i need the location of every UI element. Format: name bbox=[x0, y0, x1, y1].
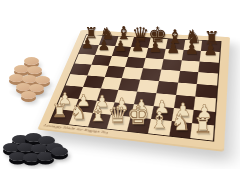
chess-piece: ♟ bbox=[80, 37, 94, 51]
chess-piece: ♟ bbox=[148, 40, 163, 55]
chess-piece: ♞ bbox=[170, 111, 192, 133]
chess-piece: ♟ bbox=[202, 42, 218, 58]
chess-piece: ♟ bbox=[113, 39, 128, 54]
chess-pieces-layer: ♜♞♝♛♚♝♞♜♟♟♟♟♟♟♟♟♟♟♟♟♟♟♟♟♜♞♝♛♚♝♞♜ bbox=[0, 0, 240, 169]
chess-piece: ♟ bbox=[97, 38, 111, 52]
chess-piece: ♞ bbox=[69, 103, 89, 123]
chess-piece: ♟ bbox=[130, 39, 145, 54]
chess-piece: ♟ bbox=[184, 41, 200, 57]
chess-piece: ♝ bbox=[87, 104, 108, 125]
chess-piece: ♜ bbox=[192, 115, 213, 136]
chess-piece: ♟ bbox=[166, 41, 182, 57]
photo-canvas: Lovingly Made for Bigjigs Toys ♜♞♝♛♚♝♞♜♟… bbox=[0, 0, 240, 169]
chess-piece: ♜ bbox=[51, 103, 69, 121]
chess-piece: ♝ bbox=[148, 109, 171, 132]
